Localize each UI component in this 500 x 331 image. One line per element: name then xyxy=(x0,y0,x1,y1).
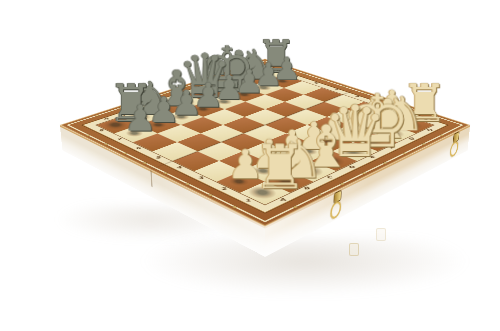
perspective-wrapper: ♜♟♟♜♞♟♟♞♝♟♟♝♚♟♟♚♛♟♟♛♝♟♟♝♞♟♟♞♜♟♟♜ HHGGFFE… xyxy=(0,0,500,331)
product-photo-scene: ♜♟♟♜♞♟♟♞♝♟♟♝♚♟♟♚♛♟♟♛♝♟♟♝♞♟♟♞♜♟♟♜ HHGGFFE… xyxy=(0,0,500,331)
clasp-hook xyxy=(330,199,341,221)
clasp-keeper-ghost xyxy=(376,228,386,241)
piece-white-rook-a1: ♜ xyxy=(253,137,288,198)
brass-clasp-icon xyxy=(451,132,460,161)
piece-black-pawn-a7: ♟ xyxy=(124,100,154,136)
rank-label-6: 6 xyxy=(314,82,319,84)
brass-clasp-icon xyxy=(332,190,342,223)
chess-box: ♜♟♟♜♞♟♟♞♝♟♟♝♚♟♟♚♛♟♟♛♝♟♟♝♞♟♟♞♜♟♟♜ HHGGFFE… xyxy=(60,59,470,227)
clasp-hook xyxy=(449,140,458,159)
clasp-keeper-ghost xyxy=(349,243,359,256)
chess-board: ♜♟♟♜♞♟♟♞♝♟♟♝♚♟♟♚♛♟♟♛♝♟♟♝♞♟♟♞♜♟♟♜ HHGGFFE… xyxy=(60,59,470,227)
fold-seam-side xyxy=(150,170,152,187)
